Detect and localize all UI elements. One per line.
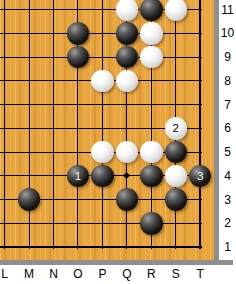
black-stone-Q9[interactable]	[116, 46, 139, 69]
row-label-3: 3	[219, 192, 236, 208]
grid-line-row-7	[0, 104, 202, 105]
col-label-R: R	[141, 265, 161, 282]
black-stone-R4[interactable]	[140, 165, 163, 188]
move-number-label: 3	[197, 165, 203, 188]
black-stone-T4[interactable]: 3	[189, 165, 212, 188]
white-stone-Q8[interactable]	[116, 70, 139, 93]
white-stone-Q5[interactable]	[116, 141, 139, 164]
col-label-S: S	[166, 265, 186, 282]
white-stone-R10[interactable]	[140, 22, 163, 45]
col-label-L: L	[0, 265, 15, 282]
row-label-8: 8	[219, 73, 236, 89]
black-stone-P4[interactable]	[91, 165, 114, 188]
white-stone-S4[interactable]	[165, 165, 188, 188]
row-label-6: 6	[219, 120, 236, 136]
row-label-7: 7	[219, 97, 236, 113]
col-label-M: M	[19, 265, 39, 282]
grid-line-row-1	[0, 246, 202, 248]
grid-line-col-N	[53, 0, 54, 249]
black-stone-O4[interactable]: 1	[67, 165, 90, 188]
white-stone-R9[interactable]	[140, 46, 163, 69]
grid-line-col-P	[102, 0, 103, 249]
row-label-1: 1	[219, 239, 236, 255]
row-label-5: 5	[219, 144, 236, 160]
row-label-11: 11	[219, 2, 236, 18]
row-label-9: 9	[219, 49, 236, 65]
black-stone-S5[interactable]	[165, 141, 188, 164]
go-board[interactable]: 213	[0, 0, 214, 260]
move-number-label: 2	[173, 117, 179, 140]
black-stone-O9[interactable]	[67, 46, 90, 69]
star-point-Q4	[123, 172, 130, 179]
grid-line-row-10	[0, 33, 202, 34]
black-stone-M3[interactable]	[18, 188, 41, 211]
black-stone-S3[interactable]	[165, 188, 188, 211]
grid-line-row-2	[0, 223, 202, 224]
row-label-10: 10	[219, 25, 236, 41]
col-label-Q: Q	[117, 265, 137, 282]
black-stone-Q3[interactable]	[116, 188, 139, 211]
white-stone-S6[interactable]: 2	[165, 117, 188, 140]
col-label-N: N	[44, 265, 64, 282]
row-label-4: 4	[219, 168, 236, 184]
col-label-P: P	[92, 265, 112, 282]
black-stone-R11[interactable]	[140, 0, 163, 21]
grid-line-col-L	[4, 0, 5, 249]
white-stone-S11[interactable]	[165, 0, 188, 21]
col-label-T: T	[190, 265, 210, 282]
row-label-2: 2	[219, 215, 236, 231]
go-diagram: 213 1110987654321 LMNOPQRST	[0, 0, 236, 284]
black-stone-O10[interactable]	[67, 22, 90, 45]
black-stone-R2[interactable]	[140, 212, 163, 235]
grid-line-col-M	[29, 0, 30, 249]
white-stone-Q11[interactable]	[116, 0, 139, 21]
grid-line-row-9	[0, 57, 202, 58]
white-stone-P5[interactable]	[91, 141, 114, 164]
black-stone-Q10[interactable]	[116, 22, 139, 45]
col-label-O: O	[68, 265, 88, 282]
white-stone-P8[interactable]	[91, 70, 114, 93]
move-number-label: 1	[75, 165, 81, 188]
white-stone-R5[interactable]	[140, 141, 163, 164]
grid-line-col-T	[199, 0, 201, 249]
